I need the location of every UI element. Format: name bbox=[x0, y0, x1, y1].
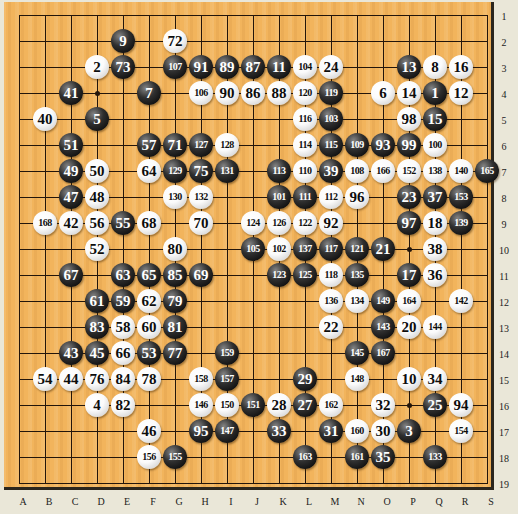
go-stone-black: 153 bbox=[449, 185, 473, 209]
go-stone-white: 166 bbox=[371, 159, 395, 183]
go-stone-white: 126 bbox=[267, 211, 291, 235]
go-stone-black: 145 bbox=[345, 341, 369, 365]
go-stone-black: 143 bbox=[371, 315, 395, 339]
column-label: A bbox=[14, 496, 32, 507]
go-stone-white: 48 bbox=[85, 185, 109, 209]
go-stone-white: 2 bbox=[85, 55, 109, 79]
go-stone-white: 30 bbox=[371, 419, 395, 443]
column-label: B bbox=[40, 496, 58, 507]
row-label: 9 bbox=[493, 219, 515, 230]
column-label: E bbox=[118, 496, 136, 507]
go-board[interactable]: 1234567891011121314151617182021222324252… bbox=[4, 2, 494, 490]
go-stone-black: 41 bbox=[59, 81, 83, 105]
go-stone-black: 133 bbox=[423, 445, 447, 469]
go-stone-black: 17 bbox=[397, 263, 421, 287]
go-stone-black: 89 bbox=[215, 55, 239, 79]
row-label: 13 bbox=[493, 323, 515, 334]
go-stone-white: 128 bbox=[215, 133, 239, 157]
go-stone-white: 62 bbox=[137, 289, 161, 313]
go-stone-white: 146 bbox=[189, 393, 213, 417]
go-stone-black: 67 bbox=[59, 263, 83, 287]
go-stone-black: 155 bbox=[163, 445, 187, 469]
go-stone-white: 58 bbox=[111, 315, 135, 339]
go-stone-black: 123 bbox=[267, 263, 291, 287]
star-point bbox=[407, 403, 412, 408]
go-stone-black: 87 bbox=[241, 55, 265, 79]
go-stone-white: 36 bbox=[423, 263, 447, 287]
go-stone-white: 28 bbox=[267, 393, 291, 417]
go-stone-white: 162 bbox=[319, 393, 343, 417]
go-stone-black: 109 bbox=[345, 133, 369, 157]
go-stone-white: 168 bbox=[33, 211, 57, 235]
go-stone-white: 10 bbox=[397, 367, 421, 391]
go-stone-black: 111 bbox=[293, 185, 317, 209]
go-stone-white: 18 bbox=[423, 211, 447, 235]
go-stone-white: 78 bbox=[137, 367, 161, 391]
go-stone-black: 115 bbox=[319, 133, 343, 157]
go-stone-black: 13 bbox=[397, 55, 421, 79]
go-stone-black: 151 bbox=[241, 393, 265, 417]
go-stone-black: 55 bbox=[111, 211, 135, 235]
go-stone-white: 158 bbox=[189, 367, 213, 391]
go-stone-white: 82 bbox=[111, 393, 135, 417]
go-stone-white: 92 bbox=[319, 211, 343, 235]
go-stone-white: 102 bbox=[267, 237, 291, 261]
go-stone-black: 165 bbox=[475, 159, 499, 183]
go-stone-white: 136 bbox=[319, 289, 343, 313]
go-stone-black: 37 bbox=[423, 185, 447, 209]
go-stone-black: 135 bbox=[345, 263, 369, 287]
column-label: Q bbox=[430, 496, 448, 507]
row-label: 4 bbox=[493, 89, 515, 100]
go-stone-white: 140 bbox=[449, 159, 473, 183]
go-stone-white: 116 bbox=[293, 107, 317, 131]
go-stone-white: 150 bbox=[215, 393, 239, 417]
go-stone-white: 118 bbox=[319, 263, 343, 287]
go-stone-black: 77 bbox=[163, 341, 187, 365]
go-stone-white: 132 bbox=[189, 185, 213, 209]
row-label: 18 bbox=[493, 453, 515, 464]
go-stone-white: 164 bbox=[397, 289, 421, 313]
go-stone-black: 39 bbox=[319, 159, 343, 183]
go-stone-white: 100 bbox=[423, 133, 447, 157]
row-label: 5 bbox=[493, 115, 515, 126]
go-stone-white: 34 bbox=[423, 367, 447, 391]
go-stone-white: 106 bbox=[189, 81, 213, 105]
column-label: I bbox=[222, 496, 240, 507]
go-stone-black: 5 bbox=[85, 107, 109, 131]
row-label: 17 bbox=[493, 427, 515, 438]
go-stone-white: 152 bbox=[397, 159, 421, 183]
column-label: K bbox=[274, 496, 292, 507]
go-stone-black: 157 bbox=[215, 367, 239, 391]
go-stone-black: 49 bbox=[59, 159, 83, 183]
go-stone-black: 73 bbox=[111, 55, 135, 79]
go-stone-black: 95 bbox=[189, 419, 213, 443]
go-stone-black: 25 bbox=[423, 393, 447, 417]
go-stone-black: 147 bbox=[215, 419, 239, 443]
go-stone-white: 156 bbox=[137, 445, 161, 469]
go-stone-black: 137 bbox=[293, 237, 317, 261]
row-label: 15 bbox=[493, 375, 515, 386]
go-stone-white: 66 bbox=[111, 341, 135, 365]
go-stone-black: 127 bbox=[189, 133, 213, 157]
go-stone-black: 85 bbox=[163, 263, 187, 287]
go-stone-white: 32 bbox=[371, 393, 395, 417]
go-stone-white: 94 bbox=[449, 393, 473, 417]
go-stone-black: 15 bbox=[423, 107, 447, 131]
go-stone-white: 154 bbox=[449, 419, 473, 443]
go-stone-white: 86 bbox=[241, 81, 265, 105]
go-stone-black: 107 bbox=[163, 55, 187, 79]
go-stone-white: 134 bbox=[345, 289, 369, 313]
go-stone-white: 96 bbox=[345, 185, 369, 209]
row-label: 11 bbox=[493, 271, 515, 282]
go-stone-white: 14 bbox=[397, 81, 421, 105]
go-stone-black: 23 bbox=[397, 185, 421, 209]
go-stone-black: 97 bbox=[397, 211, 421, 235]
go-stone-white: 148 bbox=[345, 367, 369, 391]
go-stone-white: 70 bbox=[189, 211, 213, 235]
go-stone-white: 38 bbox=[423, 237, 447, 261]
go-stone-white: 68 bbox=[137, 211, 161, 235]
go-stone-black: 91 bbox=[189, 55, 213, 79]
go-stone-black: 43 bbox=[59, 341, 83, 365]
go-stone-black: 31 bbox=[319, 419, 343, 443]
column-label: S bbox=[482, 496, 500, 507]
go-stone-black: 83 bbox=[85, 315, 109, 339]
go-stone-white: 40 bbox=[33, 107, 57, 131]
go-stone-white: 50 bbox=[85, 159, 109, 183]
go-stone-black: 3 bbox=[397, 419, 421, 443]
go-stone-white: 104 bbox=[293, 55, 317, 79]
go-stone-white: 114 bbox=[293, 133, 317, 157]
star-point bbox=[95, 91, 100, 96]
row-label: 1 bbox=[493, 11, 515, 22]
row-label: 19 bbox=[493, 479, 515, 490]
go-stone-white: 20 bbox=[397, 315, 421, 339]
kifu-diagram: 1234567891011121314151617182021222324252… bbox=[0, 0, 518, 514]
go-stone-white: 64 bbox=[137, 159, 161, 183]
row-label: 16 bbox=[493, 401, 515, 412]
go-stone-black: 105 bbox=[241, 237, 265, 261]
go-stone-white: 120 bbox=[293, 81, 317, 105]
go-stone-black: 125 bbox=[293, 263, 317, 287]
row-label: 6 bbox=[493, 141, 515, 152]
go-stone-white: 56 bbox=[85, 211, 109, 235]
column-label: O bbox=[378, 496, 396, 507]
go-stone-black: 27 bbox=[293, 393, 317, 417]
go-stone-white: 46 bbox=[137, 419, 161, 443]
go-stone-black: 159 bbox=[215, 341, 239, 365]
go-stone-white: 12 bbox=[449, 81, 473, 105]
go-stone-white: 130 bbox=[163, 185, 187, 209]
go-stone-black: 167 bbox=[371, 341, 395, 365]
column-label: D bbox=[92, 496, 110, 507]
go-stone-black: 33 bbox=[267, 419, 291, 443]
go-stone-black: 121 bbox=[345, 237, 369, 261]
column-label: C bbox=[66, 496, 84, 507]
go-stone-black: 119 bbox=[319, 81, 343, 105]
go-stone-white: 44 bbox=[59, 367, 83, 391]
go-stone-white: 76 bbox=[85, 367, 109, 391]
go-stone-black: 117 bbox=[319, 237, 343, 261]
go-stone-black: 29 bbox=[293, 367, 317, 391]
go-stone-black: 65 bbox=[137, 263, 161, 287]
go-stone-white: 24 bbox=[319, 55, 343, 79]
go-stone-black: 113 bbox=[267, 159, 291, 183]
column-label: N bbox=[352, 496, 370, 507]
go-stone-black: 139 bbox=[449, 211, 473, 235]
go-stone-black: 45 bbox=[85, 341, 109, 365]
column-label: J bbox=[248, 496, 266, 507]
go-stone-black: 59 bbox=[111, 289, 135, 313]
column-label: R bbox=[456, 496, 474, 507]
go-stone-white: 112 bbox=[319, 185, 343, 209]
go-stone-white: 122 bbox=[293, 211, 317, 235]
go-stone-white: 84 bbox=[111, 367, 135, 391]
go-stone-white: 52 bbox=[85, 237, 109, 261]
go-stone-black: 47 bbox=[59, 185, 83, 209]
go-stone-black: 7 bbox=[137, 81, 161, 105]
go-stone-black: 99 bbox=[397, 133, 421, 157]
go-stone-black: 79 bbox=[163, 289, 187, 313]
go-stone-white: 16 bbox=[449, 55, 473, 79]
go-stone-white: 108 bbox=[345, 159, 369, 183]
go-stone-black: 69 bbox=[189, 263, 213, 287]
go-stone-white: 60 bbox=[137, 315, 161, 339]
go-stone-white: 4 bbox=[85, 393, 109, 417]
column-label: M bbox=[326, 496, 344, 507]
go-stone-black: 63 bbox=[111, 263, 135, 287]
go-stone-black: 35 bbox=[371, 445, 395, 469]
go-stone-black: 21 bbox=[371, 237, 395, 261]
go-stone-black: 51 bbox=[59, 133, 83, 157]
go-stone-black: 129 bbox=[163, 159, 187, 183]
go-stone-black: 9 bbox=[111, 29, 135, 53]
go-stone-white: 80 bbox=[163, 237, 187, 261]
go-stone-black: 101 bbox=[267, 185, 291, 209]
row-label: 10 bbox=[493, 245, 515, 256]
column-label: P bbox=[404, 496, 422, 507]
go-stone-white: 142 bbox=[449, 289, 473, 313]
go-stone-black: 81 bbox=[163, 315, 187, 339]
go-stone-white: 88 bbox=[267, 81, 291, 105]
column-label: L bbox=[300, 496, 318, 507]
go-stone-black: 71 bbox=[163, 133, 187, 157]
go-stone-black: 131 bbox=[215, 159, 239, 183]
column-label: H bbox=[196, 496, 214, 507]
go-stone-white: 110 bbox=[293, 159, 317, 183]
go-stone-white: 160 bbox=[345, 419, 369, 443]
go-stone-white: 72 bbox=[163, 29, 187, 53]
go-stone-white: 138 bbox=[423, 159, 447, 183]
go-stone-white: 144 bbox=[423, 315, 447, 339]
row-label: 3 bbox=[493, 63, 515, 74]
column-label: F bbox=[144, 496, 162, 507]
go-stone-black: 103 bbox=[319, 107, 343, 131]
go-stone-black: 149 bbox=[371, 289, 395, 313]
go-stone-black: 161 bbox=[345, 445, 369, 469]
go-stone-black: 93 bbox=[371, 133, 395, 157]
go-stone-black: 1 bbox=[423, 81, 447, 105]
go-stone-white: 90 bbox=[215, 81, 239, 105]
go-stone-white: 22 bbox=[319, 315, 343, 339]
go-stone-white: 54 bbox=[33, 367, 57, 391]
row-label: 8 bbox=[493, 193, 515, 204]
go-stone-white: 6 bbox=[371, 81, 395, 105]
star-point bbox=[407, 247, 412, 252]
board-intersections[interactable]: 1234567891011121314151617182021222324252… bbox=[6, 2, 500, 496]
go-stone-black: 53 bbox=[137, 341, 161, 365]
go-stone-black: 61 bbox=[85, 289, 109, 313]
go-stone-white: 98 bbox=[397, 107, 421, 131]
go-stone-black: 57 bbox=[137, 133, 161, 157]
go-stone-white: 124 bbox=[241, 211, 265, 235]
column-label: G bbox=[170, 496, 188, 507]
go-stone-black: 163 bbox=[293, 445, 317, 469]
row-label: 14 bbox=[493, 349, 515, 360]
go-stone-black: 11 bbox=[267, 55, 291, 79]
row-label: 2 bbox=[493, 37, 515, 48]
go-stone-white: 42 bbox=[59, 211, 83, 235]
go-stone-black: 75 bbox=[189, 159, 213, 183]
go-stone-white: 8 bbox=[423, 55, 447, 79]
row-label: 12 bbox=[493, 297, 515, 308]
